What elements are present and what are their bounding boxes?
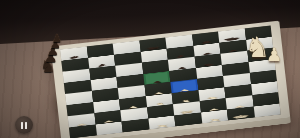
square-a5[interactable] (64, 80, 92, 94)
pause-icon (25, 122, 27, 129)
square-d1[interactable]: ♜ (148, 115, 176, 129)
square-g5[interactable] (222, 62, 250, 76)
captured-white-pawn: ♟ (266, 46, 282, 64)
square-c5[interactable] (116, 74, 144, 88)
square-f1[interactable]: ♜ (201, 109, 229, 123)
square-g8[interactable]: ♚ (218, 29, 246, 43)
chess-app-screen: { "game": "chess", "app_title": "3D Ches… (0, 0, 300, 138)
piece-black-pawn[interactable]: ♟ (201, 52, 213, 56)
square-c1[interactable] (122, 118, 150, 132)
piece-white-king[interactable]: ♚ (231, 114, 250, 120)
pause-button[interactable] (15, 116, 33, 134)
piece-white-rook[interactable]: ♜ (208, 118, 222, 122)
square-h1[interactable] (253, 103, 281, 117)
square-a1[interactable] (69, 124, 97, 138)
square-g1[interactable]: ♚ (227, 106, 255, 120)
pause-icon (21, 122, 23, 129)
board-scene: ♜♛♜♚♝♝♟♟♟♞♟♟♟♟♝♝♞♟♟♛♟♟♜♜♚ (50, 0, 272, 138)
square-e1[interactable] (174, 112, 202, 126)
piece-white-rook[interactable]: ♜ (155, 124, 169, 128)
square-f5[interactable] (195, 65, 223, 79)
square-d5[interactable]: ♟ (143, 71, 171, 85)
square-b1[interactable] (95, 121, 123, 135)
captured-black-pawn: ♟ (52, 33, 62, 44)
square-e5[interactable] (169, 68, 197, 82)
square-b5[interactable] (90, 77, 118, 91)
